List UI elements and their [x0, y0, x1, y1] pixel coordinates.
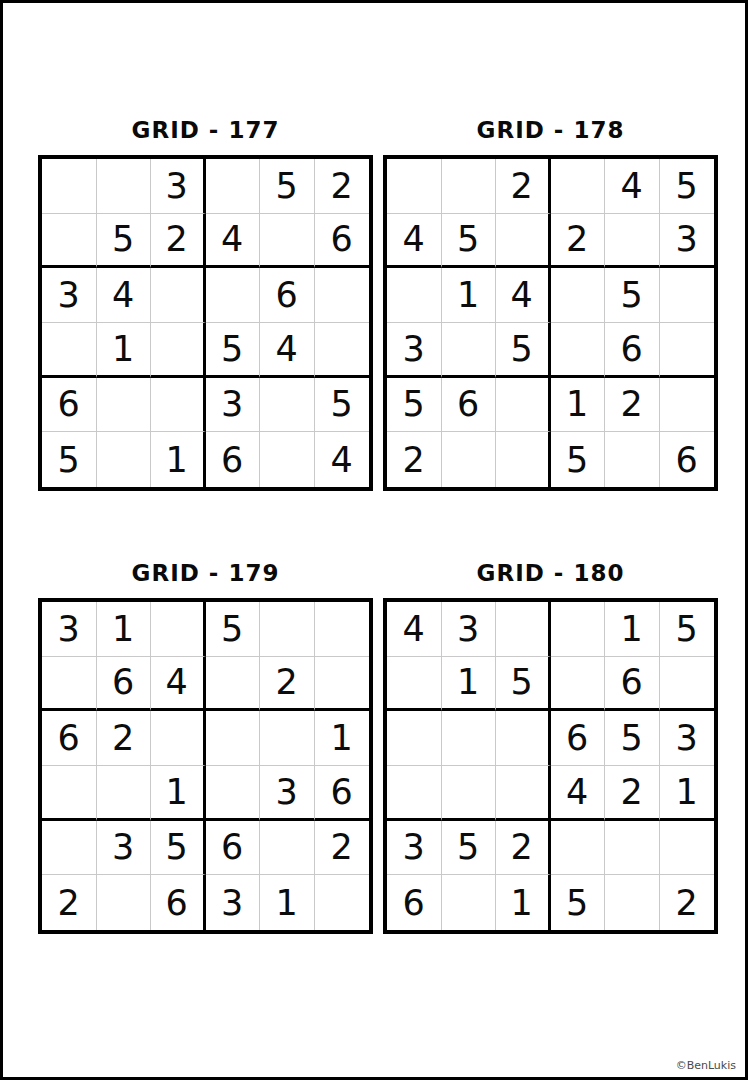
- given-cell: 5: [551, 875, 606, 930]
- given-cell: 4: [605, 159, 660, 214]
- empty-cell[interactable]: [442, 323, 497, 378]
- given-cell: 4: [387, 602, 442, 657]
- given-cell: 2: [551, 214, 606, 269]
- sudoku-board: 24545231453565612256: [383, 155, 718, 491]
- given-cell: 1: [97, 323, 152, 378]
- empty-cell[interactable]: [97, 378, 152, 433]
- empty-cell[interactable]: [551, 159, 606, 214]
- empty-cell[interactable]: [42, 821, 97, 876]
- given-cell: 4: [387, 214, 442, 269]
- empty-cell[interactable]: [315, 268, 370, 323]
- given-cell: 5: [442, 821, 497, 876]
- given-cell: 5: [605, 268, 660, 323]
- empty-cell[interactable]: [42, 657, 97, 712]
- empty-cell[interactable]: [315, 875, 370, 930]
- given-cell: 6: [442, 378, 497, 433]
- given-cell: 1: [442, 268, 497, 323]
- given-cell: 6: [260, 268, 315, 323]
- empty-cell[interactable]: [660, 323, 715, 378]
- given-cell: 5: [206, 323, 261, 378]
- given-cell: 6: [551, 711, 606, 766]
- given-cell: 5: [551, 432, 606, 487]
- given-cell: 6: [605, 323, 660, 378]
- empty-cell[interactable]: [315, 602, 370, 657]
- empty-cell[interactable]: [97, 432, 152, 487]
- empty-cell[interactable]: [206, 268, 261, 323]
- empty-cell[interactable]: [605, 875, 660, 930]
- empty-cell[interactable]: [387, 711, 442, 766]
- given-cell: 2: [496, 159, 551, 214]
- empty-cell[interactable]: [315, 657, 370, 712]
- empty-cell[interactable]: [151, 323, 206, 378]
- given-cell: 3: [206, 875, 261, 930]
- given-cell: 2: [260, 657, 315, 712]
- given-cell: 5: [496, 323, 551, 378]
- given-cell: 5: [605, 711, 660, 766]
- puzzle-title: GRID - 180: [383, 559, 718, 587]
- empty-cell[interactable]: [97, 159, 152, 214]
- given-cell: 3: [42, 268, 97, 323]
- given-cell: 4: [551, 766, 606, 821]
- sudoku-board: 43151566534213526152: [383, 598, 718, 934]
- sudoku-worksheet-page: GRID - 177 35252463461546355164 GRID - 1…: [0, 0, 748, 1080]
- given-cell: 4: [151, 657, 206, 712]
- given-cell: 3: [151, 159, 206, 214]
- sudoku-board: 31564262113635622631: [38, 598, 373, 934]
- given-cell: 5: [97, 214, 152, 269]
- empty-cell[interactable]: [315, 323, 370, 378]
- given-cell: 1: [151, 432, 206, 487]
- empty-cell[interactable]: [260, 214, 315, 269]
- given-cell: 3: [660, 214, 715, 269]
- sudoku-board: 35252463461546355164: [38, 155, 373, 491]
- given-cell: 6: [151, 875, 206, 930]
- empty-cell[interactable]: [260, 602, 315, 657]
- given-cell: 1: [605, 602, 660, 657]
- given-cell: 6: [315, 214, 370, 269]
- empty-cell[interactable]: [260, 378, 315, 433]
- given-cell: 6: [42, 378, 97, 433]
- given-cell: 2: [605, 378, 660, 433]
- puzzle-title: GRID - 178: [383, 116, 718, 144]
- empty-cell[interactable]: [206, 159, 261, 214]
- empty-cell[interactable]: [551, 268, 606, 323]
- empty-cell[interactable]: [496, 766, 551, 821]
- given-cell: 5: [660, 602, 715, 657]
- given-cell: 5: [660, 159, 715, 214]
- empty-cell[interactable]: [660, 821, 715, 876]
- given-cell: 1: [97, 602, 152, 657]
- empty-cell[interactable]: [42, 766, 97, 821]
- empty-cell[interactable]: [442, 875, 497, 930]
- given-cell: 3: [260, 766, 315, 821]
- given-cell: 6: [387, 875, 442, 930]
- empty-cell[interactable]: [151, 378, 206, 433]
- given-cell: 1: [260, 875, 315, 930]
- given-cell: 2: [387, 432, 442, 487]
- empty-cell[interactable]: [387, 159, 442, 214]
- given-cell: 6: [42, 711, 97, 766]
- empty-cell[interactable]: [605, 821, 660, 876]
- empty-cell[interactable]: [442, 159, 497, 214]
- empty-cell[interactable]: [496, 378, 551, 433]
- given-cell: 2: [605, 766, 660, 821]
- empty-cell[interactable]: [605, 214, 660, 269]
- empty-cell[interactable]: [151, 602, 206, 657]
- empty-cell[interactable]: [97, 875, 152, 930]
- empty-cell[interactable]: [605, 432, 660, 487]
- given-cell: 1: [551, 378, 606, 433]
- empty-cell[interactable]: [496, 432, 551, 487]
- given-cell: 5: [442, 214, 497, 269]
- given-cell: 1: [442, 657, 497, 712]
- given-cell: 5: [151, 821, 206, 876]
- empty-cell[interactable]: [551, 657, 606, 712]
- given-cell: 3: [660, 711, 715, 766]
- empty-cell[interactable]: [660, 378, 715, 433]
- given-cell: 4: [260, 323, 315, 378]
- empty-cell[interactable]: [551, 323, 606, 378]
- puzzle-grid-178: GRID - 178 24545231453565612256: [383, 116, 718, 491]
- given-cell: 4: [496, 268, 551, 323]
- given-cell: 5: [206, 602, 261, 657]
- given-cell: 2: [42, 875, 97, 930]
- given-cell: 4: [315, 432, 370, 487]
- given-cell: 1: [315, 711, 370, 766]
- given-cell: 2: [151, 214, 206, 269]
- empty-cell[interactable]: [260, 432, 315, 487]
- empty-cell[interactable]: [206, 711, 261, 766]
- given-cell: 5: [496, 657, 551, 712]
- given-cell: 6: [206, 432, 261, 487]
- given-cell: 5: [387, 378, 442, 433]
- given-cell: 3: [206, 378, 261, 433]
- given-cell: 2: [97, 711, 152, 766]
- puzzle-grid-180: GRID - 180 43151566534213526152: [383, 559, 718, 934]
- empty-cell[interactable]: [442, 766, 497, 821]
- given-cell: 1: [496, 875, 551, 930]
- copyright-credit: ©BenLukis: [676, 1059, 736, 1072]
- empty-cell[interactable]: [151, 711, 206, 766]
- given-cell: 2: [315, 821, 370, 876]
- empty-cell[interactable]: [551, 821, 606, 876]
- empty-cell[interactable]: [387, 268, 442, 323]
- given-cell: 4: [97, 268, 152, 323]
- given-cell: 5: [315, 378, 370, 433]
- given-cell: 2: [660, 875, 715, 930]
- given-cell: 1: [151, 766, 206, 821]
- empty-cell[interactable]: [660, 268, 715, 323]
- empty-cell[interactable]: [260, 711, 315, 766]
- empty-cell[interactable]: [97, 766, 152, 821]
- given-cell: 5: [260, 159, 315, 214]
- empty-cell[interactable]: [496, 214, 551, 269]
- empty-cell[interactable]: [660, 657, 715, 712]
- given-cell: 6: [605, 657, 660, 712]
- given-cell: 3: [42, 602, 97, 657]
- empty-cell[interactable]: [496, 602, 551, 657]
- given-cell: 4: [206, 214, 261, 269]
- puzzle-title: GRID - 179: [38, 559, 373, 587]
- empty-cell[interactable]: [442, 432, 497, 487]
- given-cell: 5: [42, 432, 97, 487]
- empty-cell[interactable]: [42, 159, 97, 214]
- empty-cell[interactable]: [442, 711, 497, 766]
- given-cell: 3: [442, 602, 497, 657]
- puzzle-grid-177: GRID - 177 35252463461546355164: [38, 116, 373, 491]
- empty-cell[interactable]: [387, 657, 442, 712]
- given-cell: 3: [387, 323, 442, 378]
- given-cell: 3: [387, 821, 442, 876]
- given-cell: 6: [660, 432, 715, 487]
- given-cell: 6: [97, 657, 152, 712]
- given-cell: 2: [496, 821, 551, 876]
- given-cell: 6: [315, 766, 370, 821]
- puzzle-grid-179: GRID - 179 31564262113635622631: [38, 559, 373, 934]
- empty-cell[interactable]: [551, 602, 606, 657]
- empty-cell[interactable]: [151, 268, 206, 323]
- empty-cell[interactable]: [206, 657, 261, 712]
- given-cell: 2: [315, 159, 370, 214]
- empty-cell[interactable]: [206, 766, 261, 821]
- given-cell: 3: [97, 821, 152, 876]
- empty-cell[interactable]: [496, 711, 551, 766]
- empty-cell[interactable]: [387, 766, 442, 821]
- given-cell: 6: [206, 821, 261, 876]
- puzzle-title: GRID - 177: [38, 116, 373, 144]
- given-cell: 1: [660, 766, 715, 821]
- empty-cell[interactable]: [260, 821, 315, 876]
- empty-cell[interactable]: [42, 323, 97, 378]
- empty-cell[interactable]: [42, 214, 97, 269]
